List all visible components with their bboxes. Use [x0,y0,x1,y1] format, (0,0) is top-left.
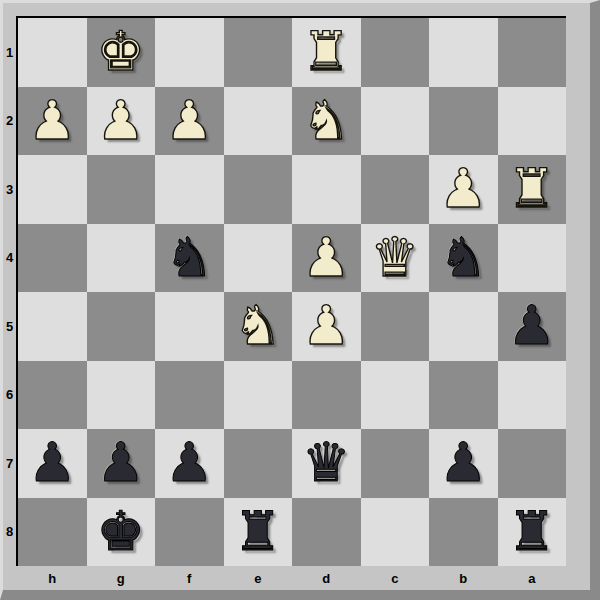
square-g8[interactable]: ♚ [87,498,156,567]
square-e7[interactable] [224,429,293,498]
file-label-g: g [87,566,156,590]
rank-label-6: 6 [3,361,16,430]
black-knight[interactable]: ♞ [439,224,487,293]
white-knight[interactable]: ♞ [302,87,350,156]
square-f3[interactable] [155,155,224,224]
square-h1[interactable] [18,18,87,87]
rank-label-8: 8 [3,498,16,567]
square-g1[interactable]: ♚ [87,18,156,87]
square-b7[interactable]: ♟ [429,429,498,498]
rank-label-4: 4 [3,224,16,293]
square-b3[interactable]: ♟ [429,155,498,224]
rank-label-1: 1 [3,18,16,87]
square-a1[interactable] [498,18,567,87]
white-pawn[interactable]: ♟ [97,87,145,156]
square-a6[interactable] [498,361,567,430]
white-knight[interactable]: ♞ [234,292,282,361]
square-d6[interactable] [292,361,361,430]
square-e1[interactable] [224,18,293,87]
square-a8[interactable]: ♜ [498,498,567,567]
file-label-c: c [361,566,430,590]
file-label-e: e [224,566,293,590]
white-rook[interactable]: ♜ [508,155,556,224]
square-c1[interactable] [361,18,430,87]
square-c8[interactable] [361,498,430,567]
square-e6[interactable] [224,361,293,430]
square-e4[interactable] [224,224,293,293]
square-g3[interactable] [87,155,156,224]
square-a2[interactable] [498,87,567,156]
board-frame: 12345678 hgfedcba ♚♜♟♟♟♞♟♜♞♟♛♞♞♟♟♟♟♟♛♟♚♜… [0,0,600,600]
black-pawn[interactable]: ♟ [165,429,213,498]
square-b8[interactable] [429,498,498,567]
square-h7[interactable]: ♟ [18,429,87,498]
square-f8[interactable] [155,498,224,567]
square-d2[interactable]: ♞ [292,87,361,156]
chess-board: ♚♜♟♟♟♞♟♜♞♟♛♞♞♟♟♟♟♟♛♟♚♜♜ [16,16,566,566]
square-g4[interactable] [87,224,156,293]
square-g6[interactable] [87,361,156,430]
file-label-f: f [155,566,224,590]
file-label-d: d [292,566,361,590]
file-label-h: h [18,566,87,590]
square-b2[interactable] [429,87,498,156]
black-rook[interactable]: ♜ [234,498,282,567]
square-h2[interactable]: ♟ [18,87,87,156]
black-pawn[interactable]: ♟ [439,429,487,498]
black-knight[interactable]: ♞ [165,224,213,293]
square-d7[interactable]: ♛ [292,429,361,498]
square-f1[interactable] [155,18,224,87]
black-pawn[interactable]: ♟ [97,429,145,498]
black-rook[interactable]: ♜ [508,498,556,567]
white-pawn[interactable]: ♟ [439,155,487,224]
square-b1[interactable] [429,18,498,87]
square-c5[interactable] [361,292,430,361]
square-b4[interactable]: ♞ [429,224,498,293]
square-c7[interactable] [361,429,430,498]
square-h5[interactable] [18,292,87,361]
square-a3[interactable]: ♜ [498,155,567,224]
rank-label-2: 2 [3,87,16,156]
white-pawn[interactable]: ♟ [28,87,76,156]
square-c6[interactable] [361,361,430,430]
black-queen[interactable]: ♛ [302,429,350,498]
square-d5[interactable]: ♟ [292,292,361,361]
square-f7[interactable]: ♟ [155,429,224,498]
black-pawn[interactable]: ♟ [508,292,556,361]
square-f6[interactable] [155,361,224,430]
square-f5[interactable] [155,292,224,361]
square-a7[interactable] [498,429,567,498]
square-c2[interactable] [361,87,430,156]
square-h3[interactable] [18,155,87,224]
square-b6[interactable] [429,361,498,430]
square-g2[interactable]: ♟ [87,87,156,156]
square-e2[interactable] [224,87,293,156]
square-a5[interactable]: ♟ [498,292,567,361]
black-king[interactable]: ♚ [97,498,145,567]
white-king[interactable]: ♚ [97,18,145,87]
file-label-b: b [429,566,498,590]
white-queen[interactable]: ♛ [371,224,419,293]
square-d8[interactable] [292,498,361,567]
square-f4[interactable]: ♞ [155,224,224,293]
square-h6[interactable] [18,361,87,430]
square-h8[interactable] [18,498,87,567]
square-e3[interactable] [224,155,293,224]
square-h4[interactable] [18,224,87,293]
rank-label-3: 3 [3,155,16,224]
white-pawn[interactable]: ♟ [302,292,350,361]
rank-labels: 12345678 [3,18,16,566]
square-c4[interactable]: ♛ [361,224,430,293]
square-d4[interactable]: ♟ [292,224,361,293]
square-e8[interactable]: ♜ [224,498,293,567]
white-pawn[interactable]: ♟ [165,87,213,156]
white-rook[interactable]: ♜ [302,18,350,87]
square-f2[interactable]: ♟ [155,87,224,156]
rank-label-7: 7 [3,429,16,498]
file-label-a: a [498,566,567,590]
square-d1[interactable]: ♜ [292,18,361,87]
black-pawn[interactable]: ♟ [28,429,76,498]
square-b5[interactable] [429,292,498,361]
square-d3[interactable] [292,155,361,224]
white-pawn[interactable]: ♟ [302,224,350,293]
square-c3[interactable] [361,155,430,224]
rank-label-5: 5 [3,292,16,361]
square-g7[interactable]: ♟ [87,429,156,498]
square-e5[interactable]: ♞ [224,292,293,361]
square-a4[interactable] [498,224,567,293]
file-labels: hgfedcba [18,566,566,590]
square-g5[interactable] [87,292,156,361]
